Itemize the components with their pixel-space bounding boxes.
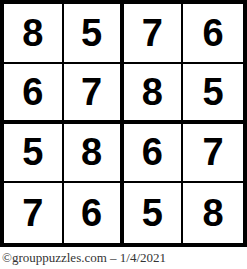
cell-r2c4: 5 (183, 64, 243, 124)
cell-r2c1: 6 (4, 64, 64, 124)
cell-r1c2: 5 (64, 4, 124, 64)
sudoku-page: 8 5 7 6 6 7 8 5 5 8 6 7 7 6 5 8 ©grouppu… (0, 0, 247, 269)
cell-r4c2: 6 (64, 183, 124, 243)
copyright-footer: ©grouppuzzles.com – 1/4/2021 (2, 250, 245, 266)
cell-r3c1: 5 (4, 124, 64, 184)
cell-r1c3: 7 (124, 4, 184, 64)
cell-r3c4: 7 (183, 124, 243, 184)
cell-r3c3: 6 (124, 124, 184, 184)
cell-r2c2: 7 (64, 64, 124, 124)
cell-r4c1: 7 (4, 183, 64, 243)
cell-r4c4: 8 (183, 183, 243, 243)
cell-r1c4: 6 (183, 4, 243, 64)
cell-r4c3: 5 (124, 183, 184, 243)
sudoku-board: 8 5 7 6 6 7 8 5 5 8 6 7 7 6 5 8 (0, 0, 247, 247)
cell-r1c1: 8 (4, 4, 64, 64)
cell-r2c3: 8 (124, 64, 184, 124)
cell-r3c2: 8 (64, 124, 124, 184)
